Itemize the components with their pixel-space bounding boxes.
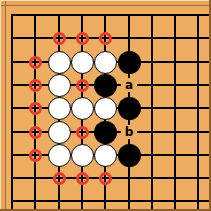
black-stone — [94, 74, 117, 97]
red-circle-marker-icon — [76, 172, 89, 185]
white-stone — [48, 144, 71, 167]
black-stone — [118, 51, 141, 74]
red-circle-marker-icon — [29, 149, 42, 162]
red-circle-marker-icon — [53, 172, 66, 185]
grid-line-v — [197, 14, 199, 209]
white-stone — [48, 51, 71, 74]
grid-line-v — [11, 14, 13, 209]
point-label-a: a — [121, 78, 137, 92]
point-label-b: b — [121, 125, 137, 139]
red-circle-marker-icon — [99, 172, 112, 185]
white-stone — [48, 97, 71, 120]
white-stone — [48, 74, 71, 97]
white-stone — [71, 51, 94, 74]
grid-line-h — [11, 200, 209, 202]
red-circle-marker-icon — [53, 32, 66, 45]
black-stone — [118, 144, 141, 167]
red-circle-marker-icon — [76, 32, 89, 45]
white-stone — [71, 97, 94, 120]
white-stone — [94, 51, 117, 74]
grid-line-h — [11, 14, 209, 16]
red-circle-marker-icon — [29, 126, 42, 139]
white-stone — [48, 121, 71, 144]
black-stone — [94, 121, 117, 144]
red-circle-marker-icon — [29, 56, 42, 69]
grid-line-v — [151, 14, 153, 209]
red-circle-marker-icon — [76, 79, 89, 92]
red-circle-marker-icon — [29, 102, 42, 115]
red-circle-marker-icon — [99, 32, 112, 45]
go-board-diagram: ab — [0, 0, 211, 211]
white-stone — [94, 144, 117, 167]
board-grid: ab — [0, 0, 211, 211]
white-stone — [94, 97, 117, 120]
grid-line-v — [174, 14, 176, 209]
red-circle-marker-icon — [76, 126, 89, 139]
black-stone — [118, 97, 141, 120]
red-circle-marker-icon — [29, 79, 42, 92]
white-stone — [71, 144, 94, 167]
